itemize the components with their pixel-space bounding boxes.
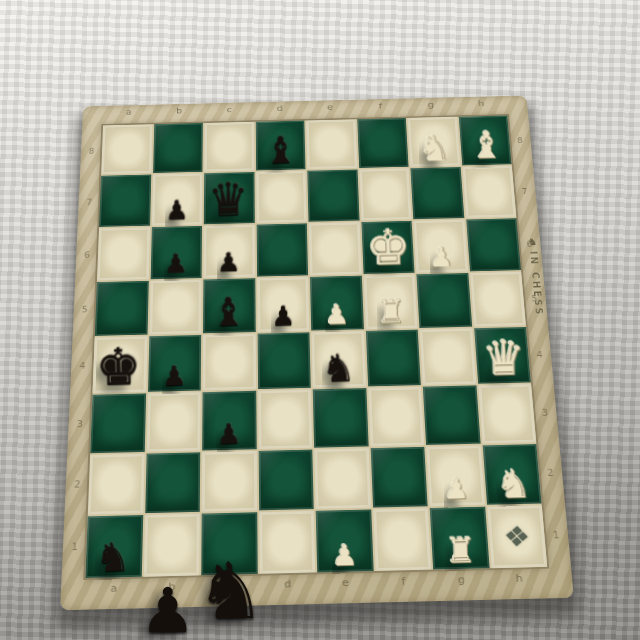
square-h5	[470, 272, 526, 327]
coordinate-label: h	[490, 572, 550, 594]
chessboard-photo: abcdefgh abcdefgh 87654321 87654321 ♞ IN…	[0, 0, 640, 640]
square-d7	[256, 171, 307, 223]
square-f5: ♜	[363, 274, 417, 329]
coordinate-label: h	[456, 98, 508, 115]
black-pawn: ♟	[217, 250, 241, 276]
coordinate-label: c	[201, 579, 259, 601]
black-knight: ♞	[95, 537, 131, 576]
coordinate-label: 7	[79, 176, 99, 228]
square-c2	[202, 450, 257, 511]
square-e4: ♞	[311, 331, 366, 388]
brand-knight-icon: ♞	[525, 236, 540, 252]
coordinate-label: g	[405, 99, 456, 116]
square-e6	[309, 222, 362, 275]
square-b1	[143, 513, 199, 576]
square-c8	[204, 122, 254, 172]
square-c1	[201, 512, 257, 575]
square-e3	[313, 388, 368, 447]
square-d6	[256, 223, 308, 276]
square-d3	[258, 390, 313, 449]
square-f7	[359, 168, 412, 220]
square-c4	[203, 334, 256, 391]
coordinate-label: 3	[533, 383, 557, 443]
square-f6: ♚	[361, 220, 415, 273]
square-c3: ♟	[202, 391, 256, 450]
coordinate-label: 1	[64, 515, 86, 579]
coordinate-label: b	[154, 106, 205, 123]
white-pawn: ♟	[332, 542, 358, 570]
coordinate-label: g	[432, 573, 491, 595]
square-e8	[306, 119, 357, 169]
square-h4: ♛	[474, 327, 531, 384]
coordinate-label: e	[305, 102, 356, 119]
square-c7: ♛	[204, 172, 255, 224]
square-d1	[259, 511, 316, 574]
coordinate-label: 3	[69, 394, 90, 454]
black-pawn: ♟	[165, 198, 189, 223]
square-d8: ♝	[255, 121, 305, 171]
coordinate-label: 4	[528, 326, 552, 384]
brand-diamond-logo-icon: ❖	[503, 519, 530, 553]
square-h7	[462, 166, 516, 218]
coordinate-label: 2	[538, 442, 563, 504]
chess-board: ♝♞♝♟♛♟♟♚♟♝♟♟♜♚♟♞♛♟♟♞♞♟♜❖	[85, 116, 547, 578]
square-f8	[357, 118, 409, 168]
black-king: ♚	[95, 342, 142, 391]
square-g7	[410, 167, 463, 219]
white-knight: ♞	[496, 465, 532, 503]
square-h6	[466, 218, 521, 271]
black-pawn: ♟	[161, 363, 186, 389]
chess-mat: abcdefgh abcdefgh 87654321 87654321 ♞ IN…	[60, 96, 574, 611]
black-pawn: ♟	[271, 304, 296, 330]
white-pawn: ♟	[325, 303, 350, 329]
square-e1: ♟	[316, 509, 374, 572]
square-g3	[423, 386, 480, 445]
square-b2	[145, 452, 200, 513]
coordinate-label: 8	[82, 125, 102, 176]
square-c5: ♝	[203, 278, 255, 333]
square-b4: ♟	[148, 335, 202, 392]
square-e5: ♟	[310, 275, 364, 330]
square-f1	[373, 508, 432, 571]
white-queen: ♛	[482, 336, 526, 383]
black-pawn: ♟	[163, 251, 187, 277]
black-bishop: ♝	[263, 133, 297, 169]
coordinate-label: f	[355, 101, 406, 118]
square-a5	[95, 281, 149, 336]
square-a6	[97, 227, 150, 280]
coordinate-label: 7	[514, 165, 537, 217]
square-a2	[88, 453, 144, 514]
coordinate-label: a	[103, 107, 154, 124]
square-a7	[99, 175, 151, 227]
square-b7: ♟	[151, 173, 202, 225]
square-b6: ♟	[150, 226, 202, 279]
square-a3	[90, 394, 145, 453]
white-bishop: ♝	[469, 128, 503, 164]
square-a8	[101, 124, 152, 174]
coordinate-label: 5	[74, 281, 95, 337]
square-g1: ♜	[430, 506, 489, 569]
white-rook: ♜	[445, 534, 477, 568]
square-h1: ❖	[487, 505, 547, 568]
coordinate-label: 8	[509, 115, 531, 166]
square-f4	[365, 330, 420, 387]
square-h3	[478, 384, 536, 443]
white-king: ♚	[366, 224, 411, 272]
coordinate-label: 1	[544, 503, 569, 567]
square-a1: ♞	[85, 515, 142, 578]
white-pawn: ♟	[444, 476, 470, 503]
square-d5: ♟	[257, 277, 310, 332]
square-h8: ♝	[458, 116, 511, 166]
black-bishop: ♝	[211, 294, 247, 332]
coordinate-label: d	[259, 577, 317, 599]
square-h2: ♞	[482, 444, 541, 505]
square-f3	[368, 387, 424, 446]
square-b5	[149, 279, 202, 334]
coordinate-label: d	[255, 103, 306, 120]
black-knight: ♞	[321, 349, 356, 386]
black-pawn: ♟	[216, 421, 242, 448]
coordinate-label: e	[316, 576, 375, 598]
square-f2	[370, 446, 427, 507]
square-g8: ♞	[408, 117, 461, 167]
coordinate-label: 2	[66, 453, 88, 515]
square-b3	[146, 392, 201, 451]
coordinate-label: 4	[72, 337, 93, 395]
white-knight: ♞	[419, 131, 451, 165]
square-g4	[420, 328, 476, 385]
square-a4: ♚	[93, 336, 147, 393]
square-e7	[307, 170, 359, 222]
white-pawn: ♟	[429, 245, 453, 271]
square-g2: ♟	[426, 445, 484, 506]
square-d2	[258, 449, 314, 510]
coordinate-label: 6	[77, 228, 97, 282]
coordinate-label: b	[142, 580, 200, 602]
coordinate-label: c	[204, 104, 255, 121]
square-e2	[314, 448, 370, 509]
square-d4	[257, 332, 311, 389]
white-rook: ♜	[376, 296, 406, 327]
coordinate-label: f	[374, 574, 433, 596]
square-g6: ♟	[413, 219, 467, 272]
black-queen: ♛	[208, 178, 250, 222]
square-g5	[416, 273, 471, 328]
square-c6: ♟	[203, 224, 254, 277]
coordinate-label: a	[84, 581, 143, 604]
square-b8	[153, 123, 203, 173]
